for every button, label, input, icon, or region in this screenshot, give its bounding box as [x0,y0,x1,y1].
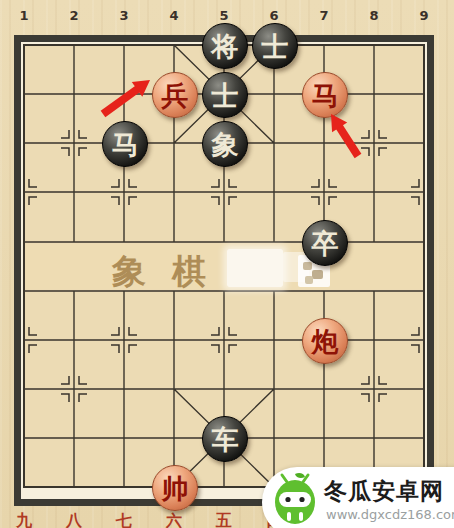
site-watermark: 冬瓜安卓网 www.dgxcdz168.com [262,467,454,528]
top-label-3: 3 [119,8,128,23]
piece-black-pawn[interactable]: 卒 [302,220,348,266]
bottom-label-5: 五 [216,511,232,528]
arrow-to-red-pawn [103,80,150,114]
watermark-site-name: 冬瓜安卓网 [324,476,444,507]
piece-red-pawn[interactable]: 兵 [152,72,198,118]
top-label-8: 8 [369,8,378,23]
piece-black-chariot[interactable]: 车 [202,416,248,462]
blue-border-left [0,0,2,528]
top-label-9: 9 [419,8,428,23]
xiangqi-screenshot: 123456789 九八七六五四三二一 象棋 将士兵士马马象卒炮车帅 冬瓜安卓网… [0,0,454,528]
blue-border-right [447,0,454,528]
bottom-label-4: 六 [166,511,182,528]
top-label-6: 6 [269,8,278,23]
piece-red-cannon[interactable]: 炮 [302,318,348,364]
piece-black-advisor-1[interactable]: 士 [252,23,298,69]
bottom-label-3: 七 [116,511,132,528]
top-label-1: 1 [19,8,28,23]
winter-melon-android-icon [271,472,321,528]
bottom-label-1: 九 [16,511,32,528]
censored-pixel [305,276,313,284]
top-label-7: 7 [319,8,328,23]
censored-region [227,249,283,287]
arrow-to-red-horse [331,114,358,156]
watermark-site-url: www.dgxcdz168.com [326,507,454,522]
censored-pixel [312,270,323,279]
censored-pixel [303,262,312,270]
top-label-2: 2 [69,8,78,23]
top-label-4: 4 [169,8,178,23]
piece-black-advisor-2[interactable]: 士 [202,72,248,118]
bottom-label-2: 八 [66,511,82,528]
blue-border-top [0,0,454,7]
piece-black-general[interactable]: 将 [202,23,248,69]
piece-black-elephant[interactable]: 象 [202,121,248,167]
top-label-5: 5 [219,8,228,23]
river-label: 象棋 [112,249,232,295]
piece-red-general[interactable]: 帅 [152,465,198,511]
piece-black-horse[interactable]: 马 [102,121,148,167]
piece-red-horse[interactable]: 马 [302,72,348,118]
